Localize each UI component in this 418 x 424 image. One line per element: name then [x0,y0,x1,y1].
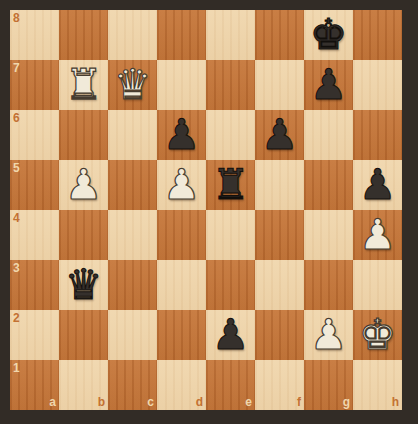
rank-label-4: 4 [13,212,20,224]
square-f5[interactable] [255,160,304,210]
square-d4[interactable] [157,210,206,260]
file-label-h: h [392,396,399,408]
square-c6[interactable] [108,110,157,160]
square-b4[interactable] [59,210,108,260]
rank-label-1: 1 [13,362,20,374]
square-c1[interactable]: c [108,360,157,410]
rank-label-6: 6 [13,112,20,124]
square-e5[interactable]: ♜ [206,160,255,210]
square-f7[interactable] [255,60,304,110]
file-label-c: c [147,396,154,408]
black-pawn[interactable]: ♟ [255,110,304,160]
square-d8[interactable] [157,10,206,60]
square-a7[interactable]: 7 [10,60,59,110]
chess-board: 8♚7♜♛♟6♟♟5♟♟♜♟4♟3♛2♟♟♚1abcdefgh [10,10,402,410]
square-a2[interactable]: 2 [10,310,59,360]
rank-label-8: 8 [13,12,20,24]
square-a8[interactable]: 8 [10,10,59,60]
square-a1[interactable]: 1a [10,360,59,410]
square-d3[interactable] [157,260,206,310]
square-a4[interactable]: 4 [10,210,59,260]
file-label-d: d [196,396,203,408]
square-b7[interactable]: ♜ [59,60,108,110]
rank-label-2: 2 [13,312,20,324]
white-pawn[interactable]: ♟ [59,160,108,210]
square-h1[interactable]: h [353,360,402,410]
square-d6[interactable]: ♟ [157,110,206,160]
square-e4[interactable] [206,210,255,260]
square-c5[interactable] [108,160,157,210]
square-f8[interactable] [255,10,304,60]
board-frame: 8♚7♜♛♟6♟♟5♟♟♜♟4♟3♛2♟♟♚1abcdefgh [0,0,418,424]
black-king[interactable]: ♚ [304,10,353,60]
square-e6[interactable] [206,110,255,160]
white-queen[interactable]: ♛ [108,60,157,110]
square-e2[interactable]: ♟ [206,310,255,360]
square-d7[interactable] [157,60,206,110]
white-pawn[interactable]: ♟ [157,160,206,210]
rank-label-7: 7 [13,62,20,74]
rank-label-5: 5 [13,162,20,174]
square-h2[interactable]: ♚ [353,310,402,360]
square-d1[interactable]: d [157,360,206,410]
square-g4[interactable] [304,210,353,260]
square-b8[interactable] [59,10,108,60]
square-c7[interactable]: ♛ [108,60,157,110]
square-b6[interactable] [59,110,108,160]
square-d2[interactable] [157,310,206,360]
square-h8[interactable] [353,10,402,60]
square-e3[interactable] [206,260,255,310]
black-rook[interactable]: ♜ [206,160,255,210]
square-b2[interactable] [59,310,108,360]
square-g3[interactable] [304,260,353,310]
file-label-g: g [343,396,350,408]
white-king[interactable]: ♚ [353,310,402,360]
black-queen[interactable]: ♛ [59,260,108,310]
square-c2[interactable] [108,310,157,360]
square-c3[interactable] [108,260,157,310]
square-a3[interactable]: 3 [10,260,59,310]
square-f1[interactable]: f [255,360,304,410]
square-b1[interactable]: b [59,360,108,410]
rank-label-3: 3 [13,262,20,274]
black-pawn[interactable]: ♟ [157,110,206,160]
square-b3[interactable]: ♛ [59,260,108,310]
black-pawn[interactable]: ♟ [304,60,353,110]
square-c8[interactable] [108,10,157,60]
square-h5[interactable]: ♟ [353,160,402,210]
square-c4[interactable] [108,210,157,260]
square-a6[interactable]: 6 [10,110,59,160]
file-label-f: f [297,396,301,408]
square-f2[interactable] [255,310,304,360]
square-f4[interactable] [255,210,304,260]
file-label-a: a [49,396,56,408]
square-e7[interactable] [206,60,255,110]
square-e8[interactable] [206,10,255,60]
square-a5[interactable]: 5 [10,160,59,210]
square-f6[interactable]: ♟ [255,110,304,160]
square-h3[interactable] [353,260,402,310]
file-label-b: b [98,396,105,408]
white-pawn[interactable]: ♟ [353,210,402,260]
square-g5[interactable] [304,160,353,210]
black-pawn[interactable]: ♟ [353,160,402,210]
square-h6[interactable] [353,110,402,160]
square-h7[interactable] [353,60,402,110]
square-g7[interactable]: ♟ [304,60,353,110]
square-g2[interactable]: ♟ [304,310,353,360]
white-rook[interactable]: ♜ [59,60,108,110]
square-e1[interactable]: e [206,360,255,410]
white-pawn[interactable]: ♟ [304,310,353,360]
square-g6[interactable] [304,110,353,160]
square-b5[interactable]: ♟ [59,160,108,210]
square-g8[interactable]: ♚ [304,10,353,60]
file-label-e: e [245,396,252,408]
square-d5[interactable]: ♟ [157,160,206,210]
square-h4[interactable]: ♟ [353,210,402,260]
square-g1[interactable]: g [304,360,353,410]
black-pawn[interactable]: ♟ [206,310,255,360]
square-f3[interactable] [255,260,304,310]
